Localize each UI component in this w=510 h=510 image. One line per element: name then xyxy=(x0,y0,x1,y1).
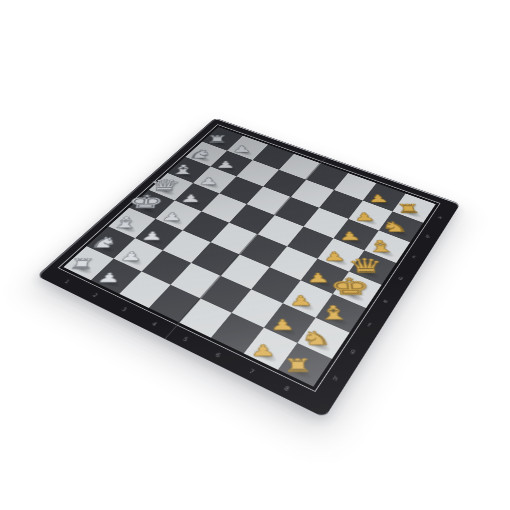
frame-coordinate-label: e xyxy=(383,298,389,304)
frame-coordinate-label: 1 xyxy=(63,279,70,284)
frame-coordinate-label: 2 xyxy=(91,292,98,298)
frame-coordinate-label: a xyxy=(438,215,444,220)
frame-coordinate-label: c xyxy=(412,254,418,259)
frame-coordinate-label: f xyxy=(367,322,372,327)
frame-coordinate-label: g xyxy=(350,348,357,354)
frame-coordinate-label: b xyxy=(425,234,431,239)
frame-coordinate-label: 5 xyxy=(182,336,190,342)
product-photo-scene: 12345678abcdefgh ♜♞♝♛♚♝♞♜♟♟♟♟♟♟♟♟♟♟♟♟♟♟♟… xyxy=(0,0,510,510)
frame-coordinate-label: 4 xyxy=(151,321,158,327)
frame-coordinate-label: 3 xyxy=(120,307,127,313)
frame-coordinate-label: 6 xyxy=(214,352,222,359)
frame-coordinate-label: 8 xyxy=(283,385,291,392)
frame-coordinate-label: d xyxy=(397,276,403,281)
frame-coordinate-label: 7 xyxy=(248,368,256,375)
chess-board: 12345678abcdefgh ♜♞♝♛♚♝♞♜♟♟♟♟♟♟♟♟♟♟♟♟♟♟♟… xyxy=(37,118,461,418)
frame-coordinate-label: h xyxy=(332,375,339,382)
